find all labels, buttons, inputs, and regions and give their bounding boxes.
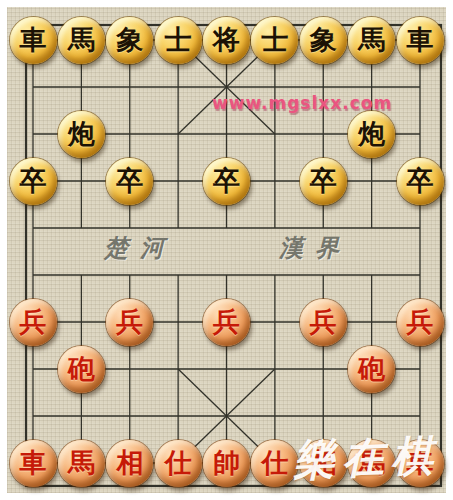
piece-glyph: 炮 [358, 120, 385, 147]
black-cannon[interactable]: 炮 [58, 111, 105, 158]
piece-glyph: 車 [407, 26, 434, 53]
piece-glyph: 卒 [407, 167, 434, 194]
piece-glyph: 卒 [116, 167, 143, 194]
red-chariot[interactable]: 車 [10, 440, 57, 487]
piece-glyph: 車 [20, 26, 47, 53]
river-label-right: 漢界 [279, 232, 351, 264]
red-soldier[interactable]: 兵 [106, 299, 153, 346]
red-cannon[interactable]: 砲 [58, 346, 105, 393]
black-general[interactable]: 将 [203, 17, 250, 64]
red-soldier[interactable]: 兵 [10, 299, 57, 346]
red-soldier[interactable]: 兵 [300, 299, 347, 346]
red-horse[interactable]: 馬 [348, 440, 395, 487]
red-soldier[interactable]: 兵 [397, 299, 444, 346]
black-cannon[interactable]: 炮 [348, 111, 395, 158]
red-soldier[interactable]: 兵 [203, 299, 250, 346]
piece-glyph: 将 [213, 26, 240, 53]
red-horse[interactable]: 馬 [58, 440, 105, 487]
piece-glyph: 馬 [358, 26, 385, 53]
piece-glyph: 馬 [68, 26, 95, 53]
red-elephant[interactable]: 相 [106, 440, 153, 487]
black-horse[interactable]: 馬 [348, 17, 395, 64]
piece-glyph: 卒 [310, 167, 337, 194]
piece-glyph: 兵 [20, 308, 47, 335]
piece-glyph: 象 [310, 26, 337, 53]
black-advisor[interactable]: 士 [155, 17, 202, 64]
piece-glyph: 卒 [213, 167, 240, 194]
black-chariot[interactable]: 車 [10, 17, 57, 64]
piece-glyph: 馬 [68, 449, 95, 476]
river-label-left: 楚河 [104, 232, 176, 264]
red-general[interactable]: 帥 [203, 440, 250, 487]
black-soldier[interactable]: 卒 [106, 158, 153, 205]
red-chariot[interactable]: 車 [397, 440, 444, 487]
piece-glyph: 馬 [358, 449, 385, 476]
black-horse[interactable]: 馬 [58, 17, 105, 64]
piece-glyph: 仕 [165, 449, 192, 476]
black-elephant[interactable]: 象 [106, 17, 153, 64]
xiangqi-app: 楚河 漢界 www.mgslxx.com 車馬象士将士象馬車炮炮卒卒卒卒卒兵兵兵… [0, 0, 453, 500]
piece-glyph: 兵 [213, 308, 240, 335]
piece-glyph: 兵 [116, 308, 143, 335]
piece-glyph: 相 [116, 449, 143, 476]
site-watermark: www.mgslxx.com [212, 93, 392, 113]
piece-glyph: 士 [165, 26, 192, 53]
piece-glyph: 砲 [358, 355, 385, 382]
piece-glyph: 砲 [68, 355, 95, 382]
piece-glyph: 車 [20, 449, 47, 476]
black-elephant[interactable]: 象 [300, 17, 347, 64]
red-advisor[interactable]: 仕 [251, 440, 298, 487]
black-soldier[interactable]: 卒 [397, 158, 444, 205]
red-elephant[interactable]: 相 [300, 440, 347, 487]
piece-glyph: 車 [407, 449, 434, 476]
red-cannon[interactable]: 砲 [348, 346, 395, 393]
piece-glyph: 帥 [213, 449, 240, 476]
board-grid [0, 0, 453, 500]
piece-glyph: 兵 [310, 308, 337, 335]
piece-glyph: 士 [261, 26, 288, 53]
black-chariot[interactable]: 車 [397, 17, 444, 64]
piece-glyph: 卒 [20, 167, 47, 194]
piece-glyph: 象 [116, 26, 143, 53]
red-advisor[interactable]: 仕 [155, 440, 202, 487]
black-soldier[interactable]: 卒 [300, 158, 347, 205]
black-soldier[interactable]: 卒 [203, 158, 250, 205]
piece-glyph: 兵 [407, 308, 434, 335]
piece-glyph: 相 [310, 449, 337, 476]
piece-glyph: 仕 [261, 449, 288, 476]
piece-glyph: 炮 [68, 120, 95, 147]
black-soldier[interactable]: 卒 [10, 158, 57, 205]
black-advisor[interactable]: 士 [251, 17, 298, 64]
